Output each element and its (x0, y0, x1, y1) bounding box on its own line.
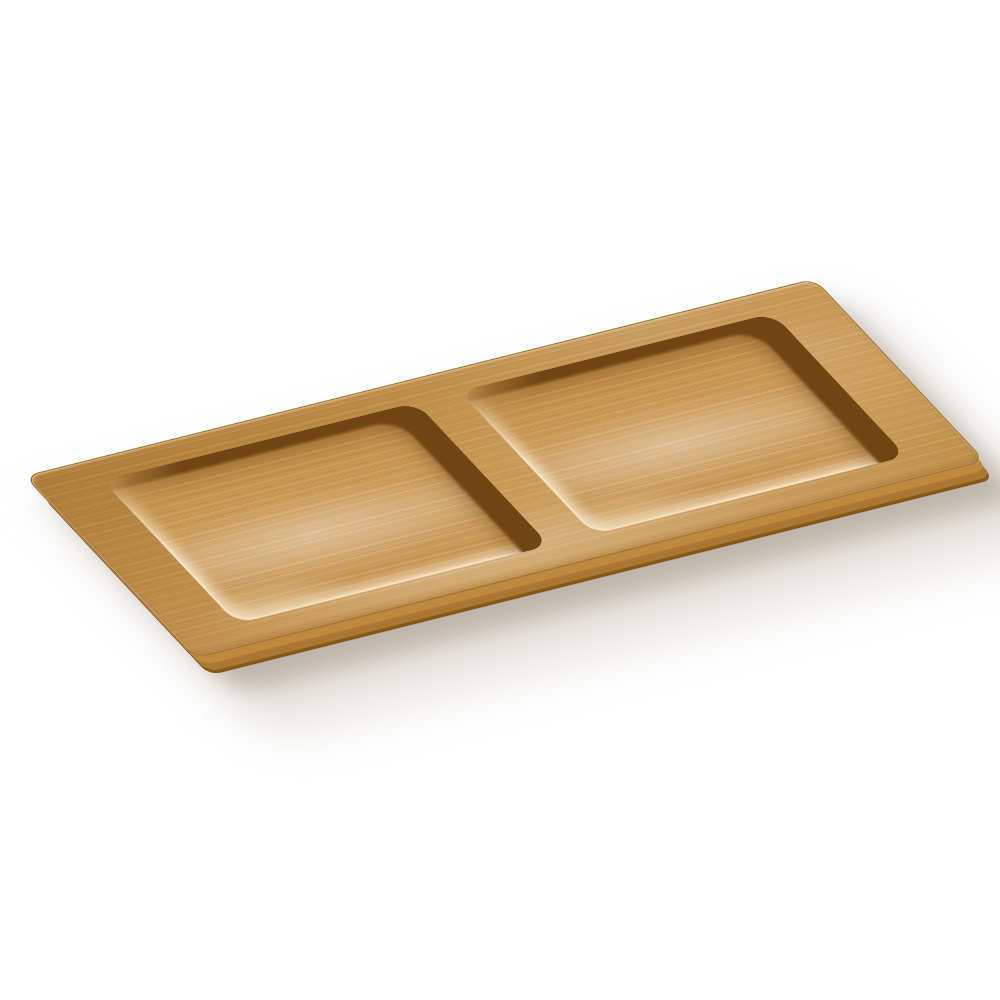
product-photo-scene (0, 0, 1000, 1000)
